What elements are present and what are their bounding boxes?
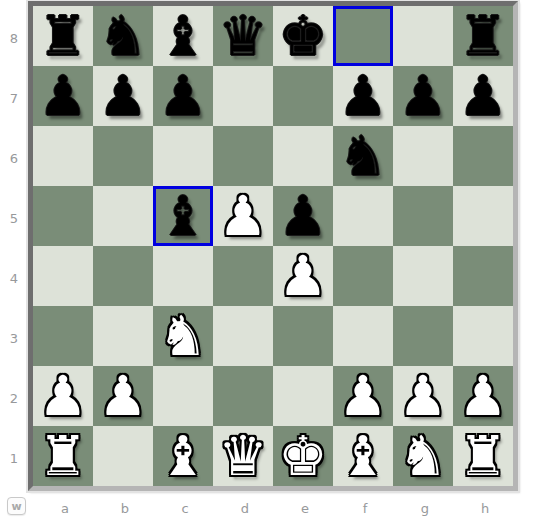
square-a4[interactable] xyxy=(33,246,93,306)
piece-black-pawn[interactable]: ♟ xyxy=(158,66,207,126)
square-a5[interactable] xyxy=(33,186,93,246)
square-h3[interactable] xyxy=(453,306,513,366)
piece-white-bishop[interactable]: ♝ xyxy=(338,426,387,486)
square-b5[interactable] xyxy=(93,186,153,246)
square-h5[interactable] xyxy=(453,186,513,246)
square-c7[interactable]: ♟ xyxy=(153,66,213,126)
piece-white-king[interactable]: ♚ xyxy=(278,426,327,486)
file-label-b: b xyxy=(95,499,155,517)
rank-label-7: 7 xyxy=(0,68,28,128)
board-frame: ♜♞♝♛♚♜♟♟♟♟♟♟♞♝♟♟♟♞♟♟♟♟♟♜♝♛♚♝♞♜ xyxy=(28,1,518,491)
square-d8[interactable]: ♛ xyxy=(213,6,273,66)
piece-black-pawn[interactable]: ♟ xyxy=(98,66,147,126)
square-d3[interactable] xyxy=(213,306,273,366)
square-g5[interactable] xyxy=(393,186,453,246)
square-a2[interactable]: ♟ xyxy=(33,366,93,426)
square-f2[interactable]: ♟ xyxy=(333,366,393,426)
square-c8[interactable]: ♝ xyxy=(153,6,213,66)
piece-white-knight[interactable]: ♞ xyxy=(158,306,207,366)
file-label-e: e xyxy=(275,499,335,517)
piece-black-knight[interactable]: ♞ xyxy=(98,6,147,66)
square-h6[interactable] xyxy=(453,126,513,186)
rank-label-5: 5 xyxy=(0,188,28,248)
file-label-g: g xyxy=(395,499,455,517)
square-a8[interactable]: ♜ xyxy=(33,6,93,66)
square-e3[interactable] xyxy=(273,306,333,366)
square-c6[interactable] xyxy=(153,126,213,186)
square-c2[interactable] xyxy=(153,366,213,426)
piece-white-pawn[interactable]: ♟ xyxy=(458,366,507,426)
square-a7[interactable]: ♟ xyxy=(33,66,93,126)
piece-black-bishop[interactable]: ♝ xyxy=(158,186,207,246)
square-f4[interactable] xyxy=(333,246,393,306)
square-b4[interactable] xyxy=(93,246,153,306)
square-h2[interactable]: ♟ xyxy=(453,366,513,426)
square-g6[interactable] xyxy=(393,126,453,186)
piece-white-pawn[interactable]: ♟ xyxy=(98,366,147,426)
piece-white-pawn[interactable]: ♟ xyxy=(38,366,87,426)
piece-black-king[interactable]: ♚ xyxy=(278,6,327,66)
rank-label-1: 1 xyxy=(0,428,28,488)
piece-black-rook[interactable]: ♜ xyxy=(458,6,507,66)
piece-white-bishop[interactable]: ♝ xyxy=(158,426,207,486)
piece-black-pawn[interactable]: ♟ xyxy=(398,66,447,126)
square-g1[interactable]: ♞ xyxy=(393,426,453,486)
square-b8[interactable]: ♞ xyxy=(93,6,153,66)
square-b6[interactable] xyxy=(93,126,153,186)
square-b7[interactable]: ♟ xyxy=(93,66,153,126)
piece-white-rook[interactable]: ♜ xyxy=(458,426,507,486)
file-label-c: c xyxy=(155,499,215,517)
square-c4[interactable] xyxy=(153,246,213,306)
square-e6[interactable] xyxy=(273,126,333,186)
piece-white-rook[interactable]: ♜ xyxy=(38,426,87,486)
square-c5[interactable]: ♝ xyxy=(153,186,213,246)
square-g2[interactable]: ♟ xyxy=(393,366,453,426)
file-label-a: a xyxy=(35,499,95,517)
square-a1[interactable]: ♜ xyxy=(33,426,93,486)
square-d6[interactable] xyxy=(213,126,273,186)
square-d7[interactable] xyxy=(213,66,273,126)
square-c1[interactable]: ♝ xyxy=(153,426,213,486)
square-h1[interactable]: ♜ xyxy=(453,426,513,486)
square-a3[interactable] xyxy=(33,306,93,366)
square-a6[interactable] xyxy=(33,126,93,186)
square-f8[interactable] xyxy=(333,6,393,66)
square-h4[interactable] xyxy=(453,246,513,306)
rank-label-6: 6 xyxy=(0,128,28,188)
square-c3[interactable]: ♞ xyxy=(153,306,213,366)
square-b3[interactable] xyxy=(93,306,153,366)
piece-white-pawn[interactable]: ♟ xyxy=(218,186,267,246)
rank-label-2: 2 xyxy=(0,368,28,428)
square-d1[interactable]: ♛ xyxy=(213,426,273,486)
piece-black-bishop[interactable]: ♝ xyxy=(158,6,207,66)
square-b1[interactable] xyxy=(93,426,153,486)
file-label-d: d xyxy=(215,499,275,517)
square-e8[interactable]: ♚ xyxy=(273,6,333,66)
file-label-h: h xyxy=(455,499,515,517)
square-g7[interactable]: ♟ xyxy=(393,66,453,126)
rank-labels: 87654321 xyxy=(0,8,28,488)
square-g3[interactable] xyxy=(393,306,453,366)
piece-white-pawn[interactable]: ♟ xyxy=(278,246,327,306)
square-e2[interactable] xyxy=(273,366,333,426)
rank-label-4: 4 xyxy=(0,248,28,308)
square-h7[interactable]: ♟ xyxy=(453,66,513,126)
piece-black-queen[interactable]: ♛ xyxy=(218,6,267,66)
square-e5[interactable]: ♟ xyxy=(273,186,333,246)
rank-label-8: 8 xyxy=(0,8,28,68)
square-f1[interactable]: ♝ xyxy=(333,426,393,486)
square-d4[interactable] xyxy=(213,246,273,306)
square-e4[interactable]: ♟ xyxy=(273,246,333,306)
piece-white-pawn[interactable]: ♟ xyxy=(398,366,447,426)
rank-label-3: 3 xyxy=(0,308,28,368)
square-f6[interactable]: ♞ xyxy=(333,126,393,186)
piece-white-queen[interactable]: ♛ xyxy=(218,426,267,486)
piece-white-pawn[interactable]: ♟ xyxy=(338,366,387,426)
square-b2[interactable]: ♟ xyxy=(93,366,153,426)
piece-black-pawn[interactable]: ♟ xyxy=(278,186,327,246)
piece-black-rook[interactable]: ♜ xyxy=(38,6,87,66)
piece-black-pawn[interactable]: ♟ xyxy=(458,66,507,126)
square-d2[interactable] xyxy=(213,366,273,426)
square-e1[interactable]: ♚ xyxy=(273,426,333,486)
file-labels: abcdefgh xyxy=(35,499,515,517)
square-g8[interactable] xyxy=(393,6,453,66)
piece-white-knight[interactable]: ♞ xyxy=(398,426,447,486)
square-f5[interactable] xyxy=(333,186,393,246)
turn-indicator: w xyxy=(7,497,26,515)
square-e7[interactable] xyxy=(273,66,333,126)
piece-black-pawn[interactable]: ♟ xyxy=(38,66,87,126)
square-g4[interactable] xyxy=(393,246,453,306)
file-label-f: f xyxy=(335,499,395,517)
piece-black-pawn[interactable]: ♟ xyxy=(338,66,387,126)
board: ♜♞♝♛♚♜♟♟♟♟♟♟♞♝♟♟♟♞♟♟♟♟♟♜♝♛♚♝♞♜ xyxy=(33,6,513,486)
square-d5[interactable]: ♟ xyxy=(213,186,273,246)
square-f3[interactable] xyxy=(333,306,393,366)
square-h8[interactable]: ♜ xyxy=(453,6,513,66)
piece-black-knight[interactable]: ♞ xyxy=(338,126,387,186)
square-f7[interactable]: ♟ xyxy=(333,66,393,126)
